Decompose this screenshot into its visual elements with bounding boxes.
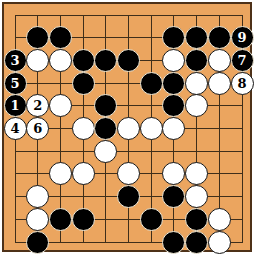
white-stone: [72, 162, 95, 185]
go-board[interactable]: 937581246: [4, 4, 250, 250]
white-stone: [208, 72, 231, 95]
black-stone: [72, 49, 95, 72]
white-stone: [208, 231, 231, 254]
white-stone: 8: [231, 72, 254, 95]
go-diagram: 937581246: [0, 0, 257, 257]
white-stone: [26, 185, 49, 208]
black-stone: [162, 94, 185, 117]
black-stone: [94, 49, 117, 72]
white-stone: [162, 162, 185, 185]
white-stone: [208, 49, 231, 72]
black-stone: [94, 117, 117, 140]
black-stone: [162, 185, 185, 208]
white-stone: [72, 117, 95, 140]
white-stone: [117, 162, 140, 185]
black-stone: [185, 49, 208, 72]
white-stone: [49, 49, 72, 72]
black-stone: [94, 94, 117, 117]
black-stone: [26, 26, 49, 49]
move-number-label: 1: [10, 99, 19, 112]
white-stone: [49, 162, 72, 185]
black-stone: [72, 208, 95, 231]
move-number-label: 7: [237, 54, 246, 67]
black-stone: [140, 72, 163, 95]
black-stone: [185, 26, 208, 49]
move-number-label: 4: [10, 122, 19, 135]
black-stone: 7: [231, 49, 254, 72]
white-stone: [26, 208, 49, 231]
white-stone: [185, 162, 208, 185]
move-number-label: 3: [10, 54, 19, 67]
black-stone: [162, 231, 185, 254]
black-stone: 9: [231, 26, 254, 49]
black-stone: [117, 185, 140, 208]
black-stone: [208, 26, 231, 49]
white-stone: [140, 117, 163, 140]
move-number-label: 9: [237, 31, 246, 44]
black-stone: [49, 208, 72, 231]
white-stone: 6: [26, 117, 49, 140]
white-stone: [94, 140, 117, 163]
black-stone: [26, 231, 49, 254]
black-stone: [162, 26, 185, 49]
white-stone: [185, 185, 208, 208]
black-stone: [117, 49, 140, 72]
board-frame: 937581246: [2, 2, 252, 252]
white-stone: [117, 117, 140, 140]
white-stone: 2: [26, 94, 49, 117]
black-stone: 1: [4, 94, 27, 117]
move-number-label: 6: [33, 122, 42, 135]
move-number-label: 2: [33, 99, 42, 112]
black-stone: [72, 72, 95, 95]
black-stone: [140, 208, 163, 231]
white-stone: [162, 117, 185, 140]
white-stone: [162, 49, 185, 72]
white-stone: 4: [4, 117, 27, 140]
black-stone: 5: [4, 72, 27, 95]
white-stone: [26, 49, 49, 72]
white-stone: [185, 94, 208, 117]
black-stone: [49, 26, 72, 49]
white-stone: [208, 208, 231, 231]
move-number-label: 8: [237, 77, 246, 90]
black-stone: [185, 231, 208, 254]
white-stone: [49, 94, 72, 117]
grid-line-horizontal: [15, 151, 243, 152]
black-stone: [162, 72, 185, 95]
move-number-label: 5: [10, 77, 19, 90]
white-stone: [185, 72, 208, 95]
black-stone: 3: [4, 49, 27, 72]
black-stone: [185, 208, 208, 231]
